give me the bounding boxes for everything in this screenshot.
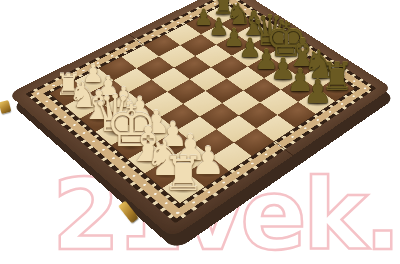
product-photo-stage: 21vek.by ♜♞♝♛♚♝♞♜♟♟♟♟♟♟♟♟♟♟♟♟♟♟♟♟♜♞♝♛♚♝♞… (0, 0, 400, 264)
piece-white-r-h1[interactable]: ♜ (162, 150, 204, 197)
brass-latch-icon (0, 100, 11, 114)
piece-black-p-h7[interactable]: ♟ (303, 76, 332, 108)
